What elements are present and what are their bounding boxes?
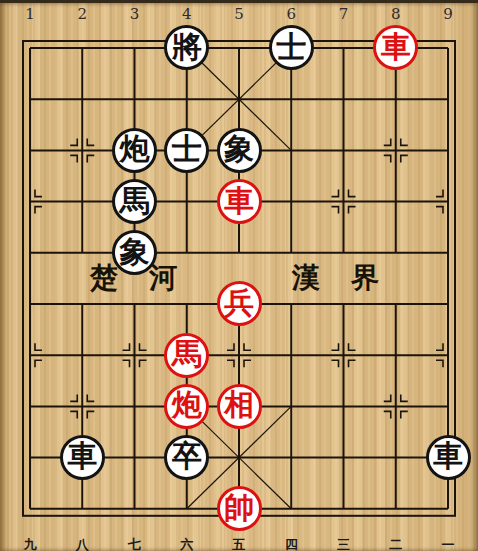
- file-label-bottom-六: 六: [180, 536, 193, 551]
- file-label-top-1: 1: [25, 5, 35, 23]
- black-advisor[interactable]: 士: [269, 25, 314, 70]
- black-elephant[interactable]: 象: [112, 230, 157, 275]
- black-elephant-glyph: 象: [224, 134, 254, 164]
- black-general[interactable]: 將: [164, 25, 209, 70]
- black-elephant[interactable]: 象: [217, 128, 262, 173]
- board-grid[interactable]: 將士車炮士象馬車象兵馬炮相車卒車帥: [4, 22, 474, 534]
- red-chariot-glyph: 車: [381, 32, 411, 62]
- file-label-top-9: 9: [443, 5, 453, 23]
- red-horse[interactable]: 馬: [164, 333, 209, 378]
- red-elephant[interactable]: 相: [217, 384, 262, 429]
- file-label-bottom-三: 三: [337, 536, 350, 551]
- red-soldier[interactable]: 兵: [217, 281, 262, 326]
- file-label-bottom-一: 一: [442, 536, 455, 551]
- file-label-bottom-八: 八: [76, 536, 89, 551]
- file-label-top-2: 2: [77, 5, 87, 23]
- black-general-glyph: 將: [172, 32, 202, 62]
- black-elephant-glyph: 象: [120, 237, 150, 267]
- file-label-top-4: 4: [182, 5, 192, 23]
- black-chariot-glyph: 車: [433, 441, 463, 471]
- red-cannon[interactable]: 炮: [164, 384, 209, 429]
- file-label-top-5: 5: [234, 5, 244, 23]
- red-cannon-glyph: 炮: [172, 390, 202, 420]
- file-label-top-6: 6: [286, 5, 296, 23]
- black-soldier[interactable]: 卒: [164, 435, 209, 480]
- red-chariot[interactable]: 車: [217, 179, 262, 224]
- black-advisor-glyph: 士: [276, 32, 306, 62]
- black-chariot[interactable]: 車: [426, 435, 471, 480]
- black-horse[interactable]: 馬: [112, 179, 157, 224]
- file-label-top-3: 3: [130, 5, 140, 23]
- file-label-top-8: 8: [391, 5, 401, 23]
- black-advisor[interactable]: 士: [164, 128, 209, 173]
- red-soldier-glyph: 兵: [224, 288, 254, 318]
- black-soldier-glyph: 卒: [172, 441, 202, 471]
- file-label-bottom-四: 四: [285, 536, 298, 551]
- black-chariot-glyph: 車: [67, 441, 97, 471]
- file-label-bottom-七: 七: [128, 536, 141, 551]
- black-chariot[interactable]: 車: [60, 435, 105, 480]
- file-label-bottom-二: 二: [389, 536, 402, 551]
- black-cannon-glyph: 炮: [120, 134, 150, 164]
- red-general[interactable]: 帥: [217, 486, 262, 531]
- xiangqi-board: 123456789 九八七六五四三二一 楚河 漢界 將士車炮士象馬車象兵馬炮相車…: [0, 0, 478, 551]
- file-label-bottom-九: 九: [24, 536, 37, 551]
- black-horse-glyph: 馬: [120, 186, 150, 216]
- red-horse-glyph: 馬: [172, 339, 202, 369]
- red-general-glyph: 帥: [224, 493, 254, 523]
- black-cannon[interactable]: 炮: [112, 128, 157, 173]
- file-label-top-7: 7: [339, 5, 349, 23]
- red-elephant-glyph: 相: [224, 390, 254, 420]
- red-chariot-glyph: 車: [224, 186, 254, 216]
- black-advisor-glyph: 士: [172, 134, 202, 164]
- red-chariot[interactable]: 車: [373, 25, 418, 70]
- file-label-bottom-五: 五: [233, 536, 246, 551]
